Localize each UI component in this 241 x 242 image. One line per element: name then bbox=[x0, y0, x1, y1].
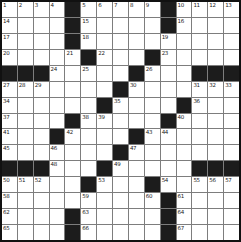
clue-number: 6 bbox=[98, 2, 101, 8]
white-cell[interactable] bbox=[177, 82, 192, 97]
black-cell bbox=[129, 129, 144, 144]
black-cell bbox=[65, 34, 80, 49]
white-cell[interactable] bbox=[34, 193, 49, 208]
clue-number: 9 bbox=[146, 2, 149, 8]
white-cell[interactable] bbox=[113, 114, 128, 129]
white-cell[interactable] bbox=[208, 18, 223, 33]
white-cell[interactable]: 5 bbox=[81, 2, 96, 17]
white-cell[interactable] bbox=[208, 209, 223, 224]
white-cell[interactable]: 37 bbox=[2, 114, 17, 129]
clue-number: 47 bbox=[130, 145, 136, 151]
white-cell[interactable] bbox=[208, 193, 223, 208]
white-cell[interactable] bbox=[145, 18, 160, 33]
white-cell[interactable] bbox=[145, 82, 160, 97]
white-cell[interactable] bbox=[129, 209, 144, 224]
white-cell[interactable] bbox=[81, 82, 96, 97]
clue-number: 36 bbox=[193, 98, 199, 104]
black-cell bbox=[18, 66, 33, 81]
clue-number: 42 bbox=[66, 129, 72, 135]
white-cell[interactable] bbox=[50, 18, 65, 33]
clue-number: 35 bbox=[114, 98, 120, 104]
white-cell[interactable] bbox=[113, 66, 128, 81]
clue-number: 46 bbox=[51, 145, 57, 151]
clue-number: 28 bbox=[19, 82, 25, 88]
white-cell[interactable] bbox=[34, 18, 49, 33]
black-cell bbox=[161, 209, 176, 224]
white-cell[interactable] bbox=[224, 145, 239, 160]
black-cell bbox=[208, 66, 223, 81]
clue-number: 25 bbox=[82, 66, 88, 72]
clue-number: 21 bbox=[66, 50, 72, 56]
white-cell[interactable]: 25 bbox=[81, 66, 96, 81]
white-cell[interactable] bbox=[18, 193, 33, 208]
black-cell bbox=[113, 145, 128, 160]
clue-number: 4 bbox=[51, 2, 54, 8]
white-cell[interactable]: 62 bbox=[2, 209, 17, 224]
white-cell[interactable] bbox=[113, 18, 128, 33]
white-cell[interactable] bbox=[18, 34, 33, 49]
white-cell[interactable] bbox=[34, 129, 49, 144]
white-cell[interactable] bbox=[97, 18, 112, 33]
white-cell[interactable] bbox=[97, 129, 112, 144]
clue-number: 14 bbox=[3, 18, 9, 24]
crossword-grid: 1234567891011121314151617181920212223242… bbox=[0, 0, 241, 242]
clue-number: 67 bbox=[178, 225, 184, 231]
white-cell[interactable]: 6 bbox=[97, 2, 112, 17]
white-cell[interactable]: 4 bbox=[50, 2, 65, 17]
white-cell[interactable]: 32 bbox=[208, 82, 223, 97]
white-cell[interactable] bbox=[192, 114, 207, 129]
white-cell[interactable]: 26 bbox=[145, 66, 160, 81]
white-cell[interactable] bbox=[113, 129, 128, 144]
white-cell[interactable] bbox=[192, 225, 207, 240]
white-cell[interactable] bbox=[50, 114, 65, 129]
white-cell[interactable] bbox=[34, 34, 49, 49]
white-cell[interactable] bbox=[129, 18, 144, 33]
clue-number: 8 bbox=[130, 2, 133, 8]
white-cell[interactable] bbox=[18, 98, 33, 113]
white-cell[interactable]: 40 bbox=[177, 114, 192, 129]
white-cell[interactable] bbox=[113, 34, 128, 49]
white-cell[interactable] bbox=[224, 129, 239, 144]
white-cell[interactable]: 38 bbox=[81, 114, 96, 129]
white-cell[interactable] bbox=[65, 66, 80, 81]
clue-number: 61 bbox=[178, 193, 184, 199]
black-cell bbox=[81, 177, 96, 192]
clue-number: 17 bbox=[3, 34, 9, 40]
white-cell[interactable]: 14 bbox=[2, 18, 17, 33]
white-cell[interactable] bbox=[18, 129, 33, 144]
white-cell[interactable]: 7 bbox=[113, 2, 128, 17]
white-cell[interactable] bbox=[18, 209, 33, 224]
white-cell[interactable]: 20 bbox=[2, 50, 17, 65]
white-cell[interactable]: 55 bbox=[192, 177, 207, 192]
clue-number: 3 bbox=[35, 2, 38, 8]
clue-number: 20 bbox=[3, 50, 9, 56]
white-cell[interactable] bbox=[208, 50, 223, 65]
clue-number: 29 bbox=[35, 82, 41, 88]
white-cell[interactable]: 24 bbox=[50, 66, 65, 81]
clue-number: 13 bbox=[225, 2, 231, 8]
white-cell[interactable]: 34 bbox=[2, 98, 17, 113]
black-cell bbox=[145, 50, 160, 65]
white-cell[interactable] bbox=[65, 193, 80, 208]
clue-number: 34 bbox=[3, 98, 9, 104]
white-cell[interactable]: 47 bbox=[129, 145, 144, 160]
black-cell bbox=[192, 161, 207, 176]
white-cell[interactable] bbox=[208, 145, 223, 160]
white-cell[interactable] bbox=[65, 161, 80, 176]
white-cell[interactable] bbox=[177, 161, 192, 176]
white-cell[interactable] bbox=[161, 161, 176, 176]
white-cell[interactable]: 33 bbox=[224, 82, 239, 97]
white-cell[interactable]: 11 bbox=[192, 2, 207, 17]
white-cell[interactable] bbox=[34, 145, 49, 160]
white-cell[interactable] bbox=[208, 98, 223, 113]
clue-number: 37 bbox=[3, 114, 9, 120]
white-cell[interactable] bbox=[97, 145, 112, 160]
white-cell[interactable] bbox=[208, 129, 223, 144]
white-cell[interactable]: 45 bbox=[2, 145, 17, 160]
white-cell[interactable] bbox=[50, 225, 65, 240]
white-cell[interactable]: 36 bbox=[192, 98, 207, 113]
black-cell bbox=[97, 98, 112, 113]
black-cell bbox=[65, 225, 80, 240]
white-cell[interactable]: 2 bbox=[18, 2, 33, 17]
clue-number: 60 bbox=[146, 193, 152, 199]
clue-number: 31 bbox=[193, 82, 199, 88]
white-cell[interactable] bbox=[97, 209, 112, 224]
black-cell bbox=[161, 225, 176, 240]
white-cell[interactable] bbox=[50, 82, 65, 97]
white-cell[interactable] bbox=[145, 225, 160, 240]
clue-number: 12 bbox=[209, 2, 215, 8]
white-cell[interactable]: 3 bbox=[34, 2, 49, 17]
black-cell bbox=[2, 161, 17, 176]
black-cell bbox=[65, 209, 80, 224]
white-cell[interactable] bbox=[192, 18, 207, 33]
white-cell[interactable] bbox=[18, 114, 33, 129]
white-cell[interactable]: 59 bbox=[81, 193, 96, 208]
clue-number: 24 bbox=[51, 66, 57, 72]
clue-number: 15 bbox=[82, 18, 88, 24]
white-cell[interactable]: 49 bbox=[113, 161, 128, 176]
white-cell[interactable]: 10 bbox=[177, 2, 192, 17]
white-cell[interactable] bbox=[97, 193, 112, 208]
white-cell[interactable] bbox=[18, 145, 33, 160]
black-cell bbox=[161, 2, 176, 17]
white-cell[interactable] bbox=[50, 177, 65, 192]
white-cell[interactable] bbox=[18, 225, 33, 240]
white-cell[interactable]: 65 bbox=[2, 225, 17, 240]
white-cell[interactable] bbox=[113, 225, 128, 240]
black-cell bbox=[65, 2, 80, 17]
black-cell bbox=[34, 161, 49, 176]
white-cell[interactable]: 18 bbox=[81, 34, 96, 49]
white-cell[interactable]: 61 bbox=[177, 193, 192, 208]
white-cell[interactable] bbox=[145, 209, 160, 224]
white-cell[interactable] bbox=[224, 225, 239, 240]
clue-number: 54 bbox=[162, 177, 168, 183]
white-cell[interactable] bbox=[129, 225, 144, 240]
white-cell[interactable] bbox=[224, 193, 239, 208]
black-cell bbox=[145, 177, 160, 192]
white-cell[interactable] bbox=[97, 66, 112, 81]
white-cell[interactable]: 35 bbox=[113, 98, 128, 113]
clue-number: 64 bbox=[178, 209, 184, 215]
white-cell[interactable] bbox=[97, 225, 112, 240]
clue-number: 45 bbox=[3, 145, 9, 151]
white-cell[interactable] bbox=[18, 18, 33, 33]
white-cell[interactable] bbox=[34, 98, 49, 113]
white-cell[interactable]: 28 bbox=[18, 82, 33, 97]
white-cell[interactable] bbox=[161, 82, 176, 97]
clue-number: 1 bbox=[3, 2, 6, 8]
white-cell[interactable]: 15 bbox=[81, 18, 96, 33]
clue-number: 48 bbox=[51, 161, 57, 167]
white-cell[interactable] bbox=[177, 50, 192, 65]
white-cell[interactable]: 63 bbox=[81, 209, 96, 224]
white-cell[interactable]: 23 bbox=[161, 50, 176, 65]
white-cell[interactable] bbox=[177, 177, 192, 192]
clue-number: 39 bbox=[98, 114, 104, 120]
white-cell[interactable]: 48 bbox=[50, 161, 65, 176]
white-cell[interactable] bbox=[65, 177, 80, 192]
clue-number: 23 bbox=[162, 50, 168, 56]
white-cell[interactable] bbox=[81, 129, 96, 144]
white-cell[interactable] bbox=[192, 50, 207, 65]
white-cell[interactable] bbox=[113, 209, 128, 224]
black-cell bbox=[129, 66, 144, 81]
white-cell[interactable]: 16 bbox=[177, 18, 192, 33]
white-cell[interactable] bbox=[129, 177, 144, 192]
clue-number: 7 bbox=[114, 2, 117, 8]
clue-number: 30 bbox=[130, 82, 136, 88]
white-cell[interactable]: 57 bbox=[224, 177, 239, 192]
white-cell[interactable] bbox=[192, 34, 207, 49]
clue-number: 40 bbox=[178, 114, 184, 120]
white-cell[interactable] bbox=[224, 18, 239, 33]
clue-number: 59 bbox=[82, 193, 88, 199]
white-cell[interactable] bbox=[50, 50, 65, 65]
clue-number: 50 bbox=[3, 177, 9, 183]
clue-number: 41 bbox=[3, 129, 9, 135]
white-cell[interactable]: 44 bbox=[161, 129, 176, 144]
clue-number: 44 bbox=[162, 129, 168, 135]
white-cell[interactable] bbox=[145, 34, 160, 49]
white-cell[interactable] bbox=[34, 209, 49, 224]
black-cell bbox=[2, 66, 17, 81]
black-cell bbox=[161, 18, 176, 33]
white-cell[interactable] bbox=[224, 209, 239, 224]
white-cell[interactable] bbox=[113, 193, 128, 208]
clue-number: 55 bbox=[193, 177, 199, 183]
clue-number: 19 bbox=[162, 34, 168, 40]
white-cell[interactable] bbox=[34, 225, 49, 240]
white-cell[interactable] bbox=[177, 129, 192, 144]
clue-number: 49 bbox=[114, 161, 120, 167]
black-cell bbox=[192, 66, 207, 81]
white-cell[interactable] bbox=[113, 177, 128, 192]
white-cell[interactable]: 51 bbox=[18, 177, 33, 192]
white-cell[interactable] bbox=[224, 50, 239, 65]
white-cell[interactable] bbox=[129, 34, 144, 49]
white-cell[interactable] bbox=[224, 114, 239, 129]
white-cell[interactable] bbox=[161, 66, 176, 81]
clue-number: 66 bbox=[82, 225, 88, 231]
white-cell[interactable]: 1 bbox=[2, 2, 17, 17]
clue-number: 11 bbox=[193, 2, 199, 8]
white-cell[interactable] bbox=[34, 114, 49, 129]
white-cell[interactable]: 52 bbox=[34, 177, 49, 192]
white-cell[interactable] bbox=[34, 50, 49, 65]
white-cell[interactable]: 27 bbox=[2, 82, 17, 97]
white-cell[interactable]: 54 bbox=[161, 177, 176, 192]
black-cell bbox=[224, 161, 239, 176]
clue-number: 16 bbox=[178, 18, 184, 24]
white-cell[interactable] bbox=[192, 193, 207, 208]
black-cell bbox=[161, 193, 176, 208]
clue-number: 38 bbox=[82, 114, 88, 120]
clue-number: 62 bbox=[3, 209, 9, 215]
white-cell[interactable] bbox=[177, 66, 192, 81]
white-cell[interactable] bbox=[97, 82, 112, 97]
white-cell[interactable]: 64 bbox=[177, 209, 192, 224]
white-cell[interactable]: 66 bbox=[81, 225, 96, 240]
white-cell[interactable] bbox=[224, 34, 239, 49]
white-cell[interactable] bbox=[192, 145, 207, 160]
white-cell[interactable] bbox=[208, 34, 223, 49]
clue-number: 43 bbox=[146, 129, 152, 135]
clue-number: 10 bbox=[178, 2, 184, 8]
white-cell[interactable] bbox=[145, 114, 160, 129]
black-cell bbox=[65, 18, 80, 33]
white-cell[interactable] bbox=[50, 98, 65, 113]
white-cell[interactable]: 67 bbox=[177, 225, 192, 240]
black-cell bbox=[34, 66, 49, 81]
white-cell[interactable]: 60 bbox=[145, 193, 160, 208]
white-cell[interactable]: 56 bbox=[208, 177, 223, 192]
white-cell[interactable] bbox=[81, 145, 96, 160]
clue-number: 58 bbox=[3, 193, 9, 199]
white-cell[interactable] bbox=[145, 145, 160, 160]
clue-number: 33 bbox=[225, 82, 231, 88]
clue-number: 56 bbox=[209, 177, 215, 183]
white-cell[interactable]: 41 bbox=[2, 129, 17, 144]
white-cell[interactable] bbox=[50, 193, 65, 208]
white-cell[interactable] bbox=[208, 225, 223, 240]
white-cell[interactable]: 39 bbox=[97, 114, 112, 129]
white-cell[interactable]: 29 bbox=[34, 82, 49, 97]
white-cell[interactable]: 13 bbox=[224, 2, 239, 17]
black-cell bbox=[18, 161, 33, 176]
white-cell[interactable] bbox=[129, 193, 144, 208]
white-cell[interactable] bbox=[129, 98, 144, 113]
black-cell bbox=[97, 161, 112, 176]
white-cell[interactable] bbox=[50, 34, 65, 49]
white-cell[interactable] bbox=[65, 98, 80, 113]
white-cell[interactable] bbox=[65, 82, 80, 97]
white-cell[interactable]: 53 bbox=[97, 177, 112, 192]
clue-number: 51 bbox=[19, 177, 25, 183]
white-cell[interactable]: 22 bbox=[97, 50, 112, 65]
black-cell bbox=[81, 50, 96, 65]
clue-number: 18 bbox=[82, 34, 88, 40]
white-cell[interactable] bbox=[177, 145, 192, 160]
white-cell[interactable]: 21 bbox=[65, 50, 80, 65]
clue-number: 52 bbox=[35, 177, 41, 183]
black-cell bbox=[177, 98, 192, 113]
white-cell[interactable]: 8 bbox=[129, 2, 144, 17]
clue-number: 65 bbox=[3, 225, 9, 231]
white-cell[interactable]: 19 bbox=[161, 34, 176, 49]
black-cell bbox=[113, 82, 128, 97]
white-cell[interactable] bbox=[177, 34, 192, 49]
white-cell[interactable]: 17 bbox=[2, 34, 17, 49]
white-cell[interactable]: 9 bbox=[145, 2, 160, 17]
clue-number: 27 bbox=[3, 82, 9, 88]
clue-number: 53 bbox=[98, 177, 104, 183]
clue-number: 63 bbox=[82, 209, 88, 215]
white-cell[interactable] bbox=[224, 98, 239, 113]
white-cell[interactable]: 46 bbox=[50, 145, 65, 160]
white-cell[interactable]: 58 bbox=[2, 193, 17, 208]
black-cell bbox=[65, 114, 80, 129]
clue-number: 2 bbox=[19, 2, 22, 8]
white-cell[interactable] bbox=[81, 161, 96, 176]
white-cell[interactable] bbox=[97, 34, 112, 49]
white-cell[interactable] bbox=[65, 145, 80, 160]
white-cell[interactable] bbox=[18, 50, 33, 65]
white-cell[interactable]: 50 bbox=[2, 177, 17, 192]
white-cell[interactable]: 43 bbox=[145, 129, 160, 144]
white-cell[interactable] bbox=[161, 98, 176, 113]
clue-number: 22 bbox=[98, 50, 104, 56]
clue-number: 5 bbox=[82, 2, 85, 8]
white-cell[interactable] bbox=[145, 161, 160, 176]
white-cell[interactable] bbox=[161, 145, 176, 160]
black-cell bbox=[50, 129, 65, 144]
clue-number: 32 bbox=[209, 82, 215, 88]
white-cell[interactable] bbox=[113, 50, 128, 65]
white-cell[interactable] bbox=[129, 161, 144, 176]
white-cell[interactable] bbox=[192, 129, 207, 144]
black-cell bbox=[161, 114, 176, 129]
clue-number: 57 bbox=[225, 177, 231, 183]
white-cell[interactable]: 12 bbox=[208, 2, 223, 17]
white-cell[interactable] bbox=[81, 98, 96, 113]
white-cell[interactable]: 30 bbox=[129, 82, 144, 97]
white-cell[interactable] bbox=[129, 50, 144, 65]
white-cell[interactable] bbox=[50, 209, 65, 224]
white-cell[interactable] bbox=[208, 114, 223, 129]
white-cell[interactable]: 31 bbox=[192, 82, 207, 97]
black-cell bbox=[224, 66, 239, 81]
black-cell bbox=[208, 161, 223, 176]
white-cell[interactable]: 42 bbox=[65, 129, 80, 144]
white-cell[interactable] bbox=[145, 98, 160, 113]
white-cell[interactable] bbox=[192, 209, 207, 224]
white-cell[interactable] bbox=[129, 114, 144, 129]
clue-number: 26 bbox=[146, 66, 152, 72]
